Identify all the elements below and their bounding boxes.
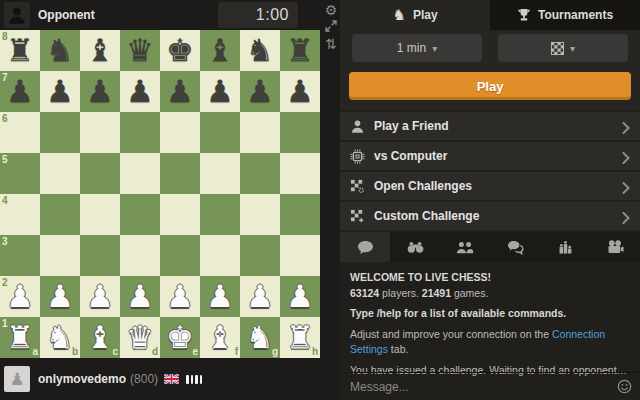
- black-pawn: ♟: [240, 71, 280, 112]
- square-f2[interactable]: ♟: [200, 276, 240, 317]
- square-b1[interactable]: b♞: [40, 317, 80, 358]
- cpu-icon: [340, 149, 374, 164]
- square-h5[interactable]: [280, 153, 320, 194]
- play-panel: ♞ Play Tournaments 1 min ▾ ▾ Play: [340, 0, 640, 400]
- square-c6[interactable]: [80, 112, 120, 153]
- tab-leaderboard[interactable]: [540, 232, 590, 262]
- player-bar: ♟ onlymovedemo (800) 1:00: [0, 358, 320, 400]
- play-a-friend-row[interactable]: Play a Friend: [340, 112, 640, 140]
- settings-gear-icon[interactable]: ⚙: [323, 2, 339, 18]
- square-a7[interactable]: 7♟: [0, 71, 40, 112]
- black-bishop: ♝: [80, 30, 120, 71]
- rank-label: 6: [2, 113, 8, 124]
- square-b3[interactable]: [40, 235, 80, 276]
- black-bishop: ♝: [200, 30, 240, 71]
- square-a3[interactable]: 3: [0, 235, 40, 276]
- expand-icon[interactable]: [323, 18, 339, 34]
- flip-board-icon[interactable]: ⇅: [323, 36, 339, 52]
- white-pawn: ♟: [240, 276, 280, 317]
- chevron-right-icon: [622, 180, 630, 198]
- chevron-right-icon: [622, 150, 630, 168]
- chat-welcome: WELCOME TO LIVE CHESS!: [350, 270, 630, 286]
- emoji-smiley-icon[interactable]: [617, 379, 632, 394]
- square-h4[interactable]: [280, 194, 320, 235]
- chat-tabs: [340, 232, 640, 262]
- square-c5[interactable]: [80, 153, 120, 194]
- square-a5[interactable]: 5: [0, 153, 40, 194]
- chevron-right-icon: [622, 210, 630, 228]
- square-g8[interactable]: ♞: [240, 30, 280, 71]
- square-g3[interactable]: [240, 235, 280, 276]
- white-pawn: ♟: [120, 276, 160, 317]
- row-label: Play a Friend: [374, 119, 449, 133]
- avatar[interactable]: ♟: [4, 366, 30, 392]
- panel-tabs: ♞ Play Tournaments: [340, 0, 640, 30]
- chat-log: WELCOME TO LIVE CHESS! 63124 players. 21…: [340, 262, 640, 372]
- square-e7[interactable]: ♟: [160, 71, 200, 112]
- white-knight: ♞: [240, 317, 280, 358]
- tab-chat[interactable]: [340, 232, 390, 262]
- square-a8[interactable]: 8♜: [0, 30, 40, 71]
- chess-board: 8♜♞♝♛♚♝♞♜7♟♟♟♟♟♟♟♟65432♟♟♟♟♟♟♟♟1a♜b♞c♝d♛…: [0, 30, 320, 358]
- tab-play-label: Play: [413, 8, 438, 22]
- white-pawn: ♟: [80, 276, 120, 317]
- black-pawn: ♟: [80, 71, 120, 112]
- square-f8[interactable]: ♝: [200, 30, 240, 71]
- player-name: onlymovedemo: [38, 372, 126, 386]
- square-c3[interactable]: [80, 235, 120, 276]
- game-type-dropdown[interactable]: ▾: [498, 34, 628, 62]
- square-f6[interactable]: [200, 112, 240, 153]
- friends-icon: [456, 241, 474, 254]
- square-e2[interactable]: ♟: [160, 276, 200, 317]
- white-queen: ♛: [120, 317, 160, 358]
- square-b5[interactable]: [40, 153, 80, 194]
- square-d6[interactable]: [120, 112, 160, 153]
- message-bar: [340, 372, 640, 400]
- custom-challenge-row[interactable]: Custom Challenge: [340, 202, 640, 230]
- square-h2[interactable]: ♟: [280, 276, 320, 317]
- square-a4[interactable]: 4: [0, 194, 40, 235]
- live-chess-app: Opponent 1:00 8♜♞♝♛♚♝♞♜7♟♟♟♟♟♟♟♟65432♟♟♟…: [0, 0, 640, 400]
- square-h6[interactable]: [280, 112, 320, 153]
- square-h7[interactable]: ♟: [280, 71, 320, 112]
- white-pawn: ♟: [200, 276, 240, 317]
- play-button[interactable]: Play: [349, 72, 631, 100]
- square-b8[interactable]: ♞: [40, 30, 80, 71]
- square-f5[interactable]: [200, 153, 240, 194]
- square-a1[interactable]: 1a♜: [0, 317, 40, 358]
- game-setup: 1 min ▾ ▾ Play: [340, 30, 640, 110]
- board-gear-icon: [340, 179, 374, 194]
- square-c4[interactable]: [80, 194, 120, 235]
- black-queen: ♛: [120, 30, 160, 71]
- double-speech-bubble-icon: [507, 240, 524, 255]
- player-rating: (800): [130, 372, 158, 386]
- white-pawn: ♟: [280, 276, 320, 317]
- square-c1[interactable]: c♝: [80, 317, 120, 358]
- square-g1[interactable]: g♞: [240, 317, 280, 358]
- message-input[interactable]: [340, 380, 617, 394]
- tab-chats[interactable]: [490, 232, 540, 262]
- black-king: ♚: [160, 30, 200, 71]
- square-g6[interactable]: [240, 112, 280, 153]
- black-pawn: ♟: [280, 71, 320, 112]
- white-bishop: ♝: [80, 317, 120, 358]
- binoculars-icon: [407, 241, 424, 254]
- square-g7[interactable]: ♟: [240, 71, 280, 112]
- tab-tournaments[interactable]: Tournaments: [490, 0, 640, 30]
- time-control-value: 1 min: [397, 41, 426, 55]
- black-pawn: ♟: [120, 71, 160, 112]
- chevron-down-icon: ▾: [570, 43, 575, 54]
- black-pawn: ♟: [40, 71, 80, 112]
- opponent-clock: 1:00: [218, 2, 298, 28]
- knight-icon: ♞: [392, 6, 405, 24]
- black-knight: ♞: [240, 30, 280, 71]
- opponent-bar: Opponent 1:00: [0, 0, 320, 30]
- white-pawn: ♟: [160, 276, 200, 317]
- square-d8[interactable]: ♛: [120, 30, 160, 71]
- square-f7[interactable]: ♟: [200, 71, 240, 112]
- uk-flag-icon: [164, 374, 179, 384]
- trophy-icon: [517, 8, 531, 22]
- black-rook: ♜: [280, 30, 320, 71]
- square-e8[interactable]: ♚: [160, 30, 200, 71]
- square-e6[interactable]: [160, 112, 200, 153]
- rank-label: 3: [2, 236, 8, 247]
- white-bishop: ♝: [200, 317, 240, 358]
- board-plus-icon: [340, 209, 374, 224]
- chat-stats: 63124 players. 21491 games.: [350, 286, 630, 302]
- black-knight: ♞: [40, 30, 80, 71]
- person-icon: [340, 119, 374, 134]
- white-rook: ♜: [280, 317, 320, 358]
- white-knight: ♞: [40, 317, 80, 358]
- square-g4[interactable]: [240, 194, 280, 235]
- chevron-down-icon: ▾: [432, 43, 437, 54]
- row-label: vs Computer: [374, 149, 447, 163]
- tab-tournaments-label: Tournaments: [538, 8, 613, 22]
- connection-strength-icon: [186, 375, 202, 384]
- chat-help-line: Type /help for a list of available comma…: [350, 306, 630, 322]
- square-e4[interactable]: [160, 194, 200, 235]
- square-e1[interactable]: e♚: [160, 317, 200, 358]
- black-pawn: ♟: [160, 71, 200, 112]
- square-b7[interactable]: ♟: [40, 71, 80, 112]
- square-b4[interactable]: [40, 194, 80, 235]
- chevron-right-icon: [622, 120, 630, 138]
- checkerboard-icon: [551, 42, 564, 55]
- black-pawn: ♟: [200, 71, 240, 112]
- square-f1[interactable]: f♝: [200, 317, 240, 358]
- rank-label: 4: [2, 195, 8, 206]
- board-tools-strip: ⚙ ⇅: [320, 0, 340, 400]
- square-d7[interactable]: ♟: [120, 71, 160, 112]
- square-f3[interactable]: [200, 235, 240, 276]
- action-list: Play a Friend vs Computer Open Challenge…: [340, 112, 640, 232]
- row-label: Custom Challenge: [374, 209, 479, 223]
- row-label: Open Challenges: [374, 179, 472, 193]
- open-challenges-row[interactable]: Open Challenges: [340, 172, 640, 200]
- square-h8[interactable]: ♜: [280, 30, 320, 71]
- square-b6[interactable]: [40, 112, 80, 153]
- person-silhouette-icon: [7, 5, 27, 25]
- video-camera-icon: [607, 240, 624, 254]
- square-g2[interactable]: ♟: [240, 276, 280, 317]
- tab-video[interactable]: [590, 232, 640, 262]
- opponent-name: Opponent: [38, 8, 95, 22]
- square-a6[interactable]: 6: [0, 112, 40, 153]
- square-a2[interactable]: 2♟: [0, 276, 40, 317]
- board-section: Opponent 1:00 8♜♞♝♛♚♝♞♜7♟♟♟♟♟♟♟♟65432♟♟♟…: [0, 0, 340, 400]
- pawn-avatar-icon: ♟: [9, 371, 24, 388]
- chat-connection-line: Adjust and improve your connection on th…: [350, 327, 630, 358]
- square-e5[interactable]: [160, 153, 200, 194]
- avatar[interactable]: [4, 2, 30, 28]
- tab-play[interactable]: ♞ Play: [340, 0, 490, 30]
- square-h1[interactable]: h♜: [280, 317, 320, 358]
- speech-bubble-icon: [357, 240, 374, 255]
- square-g5[interactable]: [240, 153, 280, 194]
- black-rook: ♜: [0, 30, 40, 71]
- square-c7[interactable]: ♟: [80, 71, 120, 112]
- tab-friends[interactable]: [440, 232, 490, 262]
- square-f4[interactable]: [200, 194, 240, 235]
- white-pawn: ♟: [40, 276, 80, 317]
- square-b2[interactable]: ♟: [40, 276, 80, 317]
- square-c2[interactable]: ♟: [80, 276, 120, 317]
- tab-watch[interactable]: [390, 232, 440, 262]
- square-d5[interactable]: [120, 153, 160, 194]
- square-d2[interactable]: ♟: [120, 276, 160, 317]
- square-d3[interactable]: [120, 235, 160, 276]
- white-pawn: ♟: [0, 276, 40, 317]
- square-h3[interactable]: [280, 235, 320, 276]
- square-c8[interactable]: ♝: [80, 30, 120, 71]
- square-d1[interactable]: d♛: [120, 317, 160, 358]
- time-control-dropdown[interactable]: 1 min ▾: [352, 34, 482, 62]
- white-king: ♚: [160, 317, 200, 358]
- rank-label: 5: [2, 154, 8, 165]
- square-d4[interactable]: [120, 194, 160, 235]
- vs-computer-row[interactable]: vs Computer: [340, 142, 640, 170]
- black-pawn: ♟: [0, 71, 40, 112]
- leaderboard-icon: [558, 240, 573, 254]
- square-e3[interactable]: [160, 235, 200, 276]
- white-rook: ♜: [0, 317, 40, 358]
